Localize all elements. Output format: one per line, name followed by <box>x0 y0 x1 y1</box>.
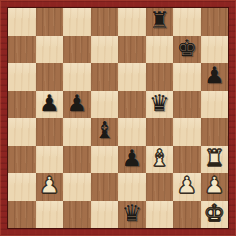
black-pawn-c5[interactable]: ♟ <box>66 92 87 115</box>
square-b6[interactable] <box>36 63 64 91</box>
square-h8[interactable] <box>201 8 229 36</box>
square-b2[interactable]: ♟ <box>36 173 64 201</box>
square-a7[interactable] <box>8 36 36 64</box>
square-f7[interactable] <box>146 36 174 64</box>
square-c1[interactable] <box>63 201 91 229</box>
square-a3[interactable] <box>8 146 36 174</box>
square-c4[interactable] <box>63 118 91 146</box>
square-h5[interactable] <box>201 91 229 119</box>
square-a5[interactable] <box>8 91 36 119</box>
square-d3[interactable] <box>91 146 119 174</box>
square-f3[interactable]: ♝ <box>146 146 174 174</box>
square-h6[interactable]: ♟ <box>201 63 229 91</box>
black-pawn-b5[interactable]: ♟ <box>39 92 60 115</box>
square-g8[interactable] <box>173 8 201 36</box>
square-a2[interactable] <box>8 173 36 201</box>
square-b7[interactable] <box>36 36 64 64</box>
square-e8[interactable] <box>118 8 146 36</box>
square-h2[interactable]: ♟ <box>201 173 229 201</box>
square-c5[interactable]: ♟ <box>63 91 91 119</box>
chessboard: ♜♚♟♟♟♛♝♟♝♜♟♟♟♛♚ <box>8 8 228 228</box>
square-c3[interactable] <box>63 146 91 174</box>
square-d4[interactable]: ♝ <box>91 118 119 146</box>
square-d7[interactable] <box>91 36 119 64</box>
square-f4[interactable] <box>146 118 174 146</box>
black-pawn-h6[interactable]: ♟ <box>204 64 225 87</box>
square-h4[interactable] <box>201 118 229 146</box>
white-rook-h3[interactable]: ♜ <box>204 147 225 170</box>
square-a8[interactable] <box>8 8 36 36</box>
square-e1[interactable]: ♛ <box>118 201 146 229</box>
square-g1[interactable] <box>173 201 201 229</box>
black-pawn-e3[interactable]: ♟ <box>121 147 142 170</box>
square-e6[interactable] <box>118 63 146 91</box>
square-e5[interactable] <box>118 91 146 119</box>
square-d8[interactable] <box>91 8 119 36</box>
black-bishop-d4[interactable]: ♝ <box>94 119 115 142</box>
square-f1[interactable] <box>146 201 174 229</box>
square-h1[interactable]: ♚ <box>201 201 229 229</box>
square-c8[interactable] <box>63 8 91 36</box>
black-rook-f8[interactable]: ♜ <box>149 9 170 32</box>
square-a6[interactable] <box>8 63 36 91</box>
square-b1[interactable] <box>36 201 64 229</box>
board-frame: ♜♚♟♟♟♛♝♟♝♜♟♟♟♛♚ <box>0 0 236 236</box>
square-g3[interactable] <box>173 146 201 174</box>
square-b8[interactable] <box>36 8 64 36</box>
square-d2[interactable] <box>91 173 119 201</box>
square-a4[interactable] <box>8 118 36 146</box>
white-king-h1[interactable]: ♚ <box>204 202 225 225</box>
square-c7[interactable] <box>63 36 91 64</box>
square-d6[interactable] <box>91 63 119 91</box>
square-c6[interactable] <box>63 63 91 91</box>
square-g4[interactable] <box>173 118 201 146</box>
square-d5[interactable] <box>91 91 119 119</box>
square-f2[interactable] <box>146 173 174 201</box>
square-f5[interactable]: ♛ <box>146 91 174 119</box>
square-e4[interactable] <box>118 118 146 146</box>
square-f8[interactable]: ♜ <box>146 8 174 36</box>
square-g5[interactable] <box>173 91 201 119</box>
square-h7[interactable] <box>201 36 229 64</box>
square-e7[interactable] <box>118 36 146 64</box>
white-bishop-f3[interactable]: ♝ <box>149 147 170 170</box>
black-queen-e1[interactable]: ♛ <box>121 202 142 225</box>
black-queen-f5[interactable]: ♛ <box>149 92 170 115</box>
square-e2[interactable] <box>118 173 146 201</box>
square-e3[interactable]: ♟ <box>118 146 146 174</box>
square-h3[interactable]: ♜ <box>201 146 229 174</box>
square-b5[interactable]: ♟ <box>36 91 64 119</box>
square-a1[interactable] <box>8 201 36 229</box>
black-king-g7[interactable]: ♚ <box>176 37 197 60</box>
square-g6[interactable] <box>173 63 201 91</box>
square-g2[interactable]: ♟ <box>173 173 201 201</box>
white-pawn-h2[interactable]: ♟ <box>204 174 225 197</box>
white-pawn-b2[interactable]: ♟ <box>39 174 60 197</box>
square-c2[interactable] <box>63 173 91 201</box>
square-d1[interactable] <box>91 201 119 229</box>
white-pawn-g2[interactable]: ♟ <box>176 174 197 197</box>
square-g7[interactable]: ♚ <box>173 36 201 64</box>
square-b4[interactable] <box>36 118 64 146</box>
square-f6[interactable] <box>146 63 174 91</box>
square-b3[interactable] <box>36 146 64 174</box>
